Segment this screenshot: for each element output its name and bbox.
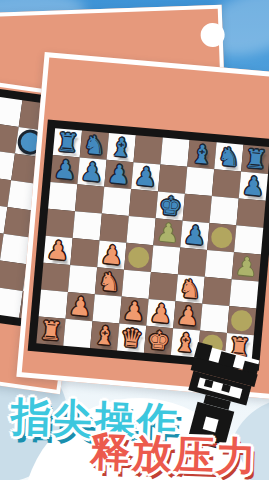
square[interactable] (68, 265, 97, 294)
piece-blue-knight[interactable]: ♞ (216, 142, 241, 171)
piece-orange-king[interactable]: ♚ (146, 326, 171, 355)
piece-orange-rook[interactable]: ♜ (39, 317, 64, 346)
promo-screenshot: ♜♞♝♝♞♜♟♟♟♟♟♚♟♟♟♟♟♞♞♟♟♟♟♜♝♛♚♝♜ 指尖操作 释放压力 (0, 0, 269, 480)
square[interactable] (70, 238, 99, 267)
square[interactable]: ♟ (173, 301, 202, 330)
square[interactable]: ♝ (107, 133, 136, 162)
piece-blue-pawn[interactable]: ♟ (133, 162, 158, 191)
piece-blue-bishop[interactable]: ♝ (109, 133, 134, 162)
piece-blue-rook[interactable]: ♜ (55, 128, 80, 157)
piece-orange-pawn[interactable]: ♟ (122, 297, 147, 326)
square[interactable]: ♟ (97, 240, 126, 269)
piece-orange-knight[interactable]: ♞ (178, 275, 203, 304)
square[interactable] (227, 306, 256, 335)
square[interactable]: ♟ (232, 252, 261, 281)
card-notch-icon (200, 23, 225, 48)
piece-blue-bishop[interactable]: ♝ (190, 140, 215, 169)
square[interactable] (63, 319, 92, 348)
square[interactable] (100, 214, 129, 243)
square[interactable] (207, 223, 236, 252)
square[interactable]: ♟ (180, 221, 209, 250)
square[interactable]: ♟ (43, 236, 72, 265)
headline-line2: 释放压力 (89, 424, 259, 480)
square[interactable]: ♟ (77, 157, 106, 186)
square[interactable]: ♝ (90, 321, 119, 350)
piece-blue-knight[interactable]: ♞ (82, 131, 107, 160)
ghost-pawn[interactable]: ♟ (234, 252, 259, 281)
square[interactable] (124, 243, 153, 272)
square[interactable]: ♟ (131, 162, 160, 191)
square[interactable] (48, 182, 77, 211)
square[interactable] (200, 304, 229, 333)
square[interactable]: ♜ (241, 145, 269, 174)
square[interactable] (39, 290, 68, 319)
piece-blue-king[interactable]: ♚ (158, 192, 183, 221)
piece-blue-pawn[interactable]: ♟ (53, 155, 78, 184)
chess-card: ♜♞♝♝♞♜♟♟♟♟♟♚♟♟♟♟♟♞♞♟♟♟♟♜♝♛♚♝♜ (16, 52, 269, 402)
square[interactable] (122, 270, 151, 299)
square[interactable] (75, 184, 104, 213)
square[interactable] (102, 187, 131, 216)
square[interactable]: ♟ (66, 292, 95, 321)
square[interactable] (133, 135, 162, 164)
square[interactable]: ♞ (176, 274, 205, 303)
square[interactable]: ♞ (95, 267, 124, 296)
square[interactable]: ♞ (214, 142, 243, 171)
square[interactable] (126, 216, 155, 245)
square[interactable]: ♟ (119, 297, 148, 326)
square[interactable]: ♟ (104, 160, 133, 189)
square[interactable]: ♟ (239, 172, 268, 201)
square[interactable]: ♛ (117, 324, 146, 353)
square[interactable] (158, 164, 187, 193)
piece-orange-pawn[interactable]: ♟ (46, 236, 71, 265)
piece-orange-pawn[interactable]: ♟ (149, 299, 174, 328)
square[interactable]: ♝ (187, 140, 216, 169)
chess-board[interactable]: ♜♞♝♝♞♜♟♟♟♟♟♚♟♟♟♟♟♞♞♟♟♟♟♜♝♛♚♝♜ (36, 128, 269, 362)
square[interactable] (149, 272, 178, 301)
square[interactable]: ♜ (36, 316, 65, 345)
square[interactable] (205, 250, 234, 279)
square[interactable]: ♜ (53, 128, 82, 157)
ghost-pawn[interactable]: ♟ (156, 218, 181, 247)
square[interactable]: ♚ (144, 326, 173, 355)
piece-blue-pawn[interactable]: ♟ (183, 221, 208, 250)
square[interactable] (185, 167, 214, 196)
square[interactable] (73, 211, 102, 240)
piece-orange-pawn[interactable]: ♟ (68, 292, 93, 321)
piece-orange-knight[interactable]: ♞ (97, 268, 122, 297)
square[interactable] (41, 263, 70, 292)
square[interactable] (234, 225, 263, 254)
square[interactable]: ♟ (153, 218, 182, 247)
square[interactable]: ♟ (146, 299, 175, 328)
square[interactable] (151, 245, 180, 274)
square[interactable]: ♞ (80, 131, 109, 160)
piece-orange-queen[interactable]: ♛ (119, 324, 144, 353)
square[interactable] (178, 248, 207, 277)
piece-blue-pawn[interactable]: ♟ (107, 160, 132, 189)
square[interactable]: ♚ (156, 191, 185, 220)
square[interactable] (160, 138, 189, 167)
square[interactable] (92, 294, 121, 323)
piece-blue-pawn[interactable]: ♟ (80, 158, 105, 187)
chess-board-frame: ♜♞♝♝♞♜♟♟♟♟♟♚♟♟♟♟♟♞♞♟♟♟♟♜♝♛♚♝♜ (28, 120, 269, 371)
piece-orange-bishop[interactable]: ♝ (92, 321, 117, 350)
piece-blue-pawn[interactable]: ♟ (241, 172, 266, 201)
square[interactable] (129, 189, 158, 218)
piece-blue-rook[interactable]: ♜ (243, 145, 268, 174)
square[interactable] (183, 194, 212, 223)
move-hint-dot[interactable] (127, 246, 150, 269)
piece-orange-pawn[interactable]: ♟ (175, 302, 200, 331)
move-hint-dot[interactable] (210, 226, 233, 249)
square[interactable] (236, 198, 265, 227)
square[interactable] (212, 169, 241, 198)
piece-orange-pawn[interactable]: ♟ (99, 241, 124, 270)
square[interactable]: ♟ (50, 155, 79, 184)
move-hint-dot[interactable] (230, 309, 253, 332)
square[interactable] (209, 196, 238, 225)
square[interactable] (46, 209, 75, 238)
square[interactable] (229, 279, 258, 308)
square[interactable] (202, 277, 231, 306)
